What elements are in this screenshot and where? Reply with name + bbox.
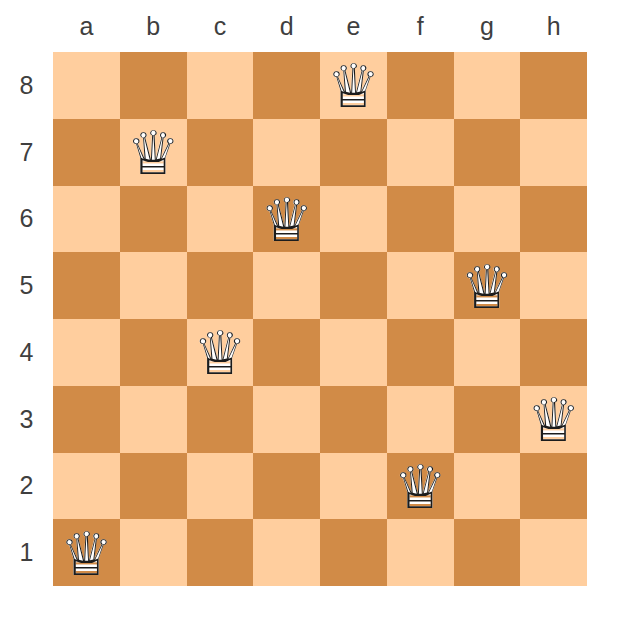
- piece-white-queen-a1[interactable]: ♛♕: [53, 519, 120, 586]
- square-f1[interactable]: [387, 519, 454, 586]
- square-c2[interactable]: [187, 453, 254, 520]
- square-c1[interactable]: [187, 519, 254, 586]
- square-f4[interactable]: [387, 319, 454, 386]
- square-f2[interactable]: ♛♕: [387, 453, 454, 520]
- square-e3[interactable]: [320, 386, 387, 453]
- square-g3[interactable]: [454, 386, 521, 453]
- square-e7[interactable]: [320, 119, 387, 186]
- square-e5[interactable]: [320, 252, 387, 319]
- square-e1[interactable]: [320, 519, 387, 586]
- piece-white-queen-d6[interactable]: ♛♕: [253, 186, 320, 253]
- file-label-g: g: [454, 6, 521, 46]
- square-h3[interactable]: ♛♕: [520, 386, 587, 453]
- file-label-c: c: [187, 6, 254, 46]
- square-g7[interactable]: [454, 119, 521, 186]
- piece-white-queen-c4[interactable]: ♛♕: [187, 319, 254, 386]
- piece-white-queen-h3[interactable]: ♛♕: [520, 386, 587, 453]
- square-a6[interactable]: [53, 186, 120, 253]
- square-g4[interactable]: [454, 319, 521, 386]
- file-label-h: h: [520, 6, 587, 46]
- square-d3[interactable]: [253, 386, 320, 453]
- square-a1[interactable]: ♛♕: [53, 519, 120, 586]
- file-label-e: e: [320, 6, 387, 46]
- square-h5[interactable]: [520, 252, 587, 319]
- board-grid: ♛♕♛♕♛♕♛♕♛♕♛♕♛♕♛♕: [53, 52, 587, 586]
- file-labels: abcdefgh: [53, 6, 587, 46]
- square-g5[interactable]: ♛♕: [454, 252, 521, 319]
- piece-white-queen-b7[interactable]: ♛♕: [120, 119, 187, 186]
- piece-white-queen-e8[interactable]: ♛♕: [320, 52, 387, 119]
- square-h7[interactable]: [520, 119, 587, 186]
- file-label-f: f: [387, 6, 454, 46]
- square-b8[interactable]: [120, 52, 187, 119]
- square-a4[interactable]: [53, 319, 120, 386]
- square-g8[interactable]: [454, 52, 521, 119]
- square-a7[interactable]: [53, 119, 120, 186]
- square-e8[interactable]: ♛♕: [320, 52, 387, 119]
- square-h8[interactable]: [520, 52, 587, 119]
- chessboard-diagram: abcdefgh 87654321 ♛♕♛♕♛♕♛♕♛♕♛♕♛♕♛♕: [0, 0, 640, 640]
- rank-label-8: 8: [9, 52, 44, 119]
- piece-white-queen-f2[interactable]: ♛♕: [387, 453, 454, 520]
- square-b7[interactable]: ♛♕: [120, 119, 187, 186]
- square-c3[interactable]: [187, 386, 254, 453]
- square-a5[interactable]: [53, 252, 120, 319]
- square-h4[interactable]: [520, 319, 587, 386]
- square-f5[interactable]: [387, 252, 454, 319]
- square-b1[interactable]: [120, 519, 187, 586]
- square-g1[interactable]: [454, 519, 521, 586]
- rank-labels: 87654321: [9, 52, 44, 586]
- square-d2[interactable]: [253, 453, 320, 520]
- square-b5[interactable]: [120, 252, 187, 319]
- rank-label-2: 2: [9, 453, 44, 520]
- square-b3[interactable]: [120, 386, 187, 453]
- square-c6[interactable]: [187, 186, 254, 253]
- rank-label-5: 5: [9, 252, 44, 319]
- square-c5[interactable]: [187, 252, 254, 319]
- rank-label-4: 4: [9, 319, 44, 386]
- square-d1[interactable]: [253, 519, 320, 586]
- piece-white-queen-g5[interactable]: ♛♕: [454, 252, 521, 319]
- square-g6[interactable]: [454, 186, 521, 253]
- rank-label-1: 1: [9, 519, 44, 586]
- square-h1[interactable]: [520, 519, 587, 586]
- square-h6[interactable]: [520, 186, 587, 253]
- square-e2[interactable]: [320, 453, 387, 520]
- square-e4[interactable]: [320, 319, 387, 386]
- square-a2[interactable]: [53, 453, 120, 520]
- square-c8[interactable]: [187, 52, 254, 119]
- square-d6[interactable]: ♛♕: [253, 186, 320, 253]
- square-b2[interactable]: [120, 453, 187, 520]
- file-label-b: b: [120, 6, 187, 46]
- rank-label-7: 7: [9, 119, 44, 186]
- square-e6[interactable]: [320, 186, 387, 253]
- square-d4[interactable]: [253, 319, 320, 386]
- square-h2[interactable]: [520, 453, 587, 520]
- square-d8[interactable]: [253, 52, 320, 119]
- square-g2[interactable]: [454, 453, 521, 520]
- file-label-a: a: [53, 6, 120, 46]
- rank-label-6: 6: [9, 186, 44, 253]
- square-c4[interactable]: ♛♕: [187, 319, 254, 386]
- square-f3[interactable]: [387, 386, 454, 453]
- square-a3[interactable]: [53, 386, 120, 453]
- square-b6[interactable]: [120, 186, 187, 253]
- rank-label-3: 3: [9, 386, 44, 453]
- file-label-d: d: [253, 6, 320, 46]
- square-f7[interactable]: [387, 119, 454, 186]
- square-c7[interactable]: [187, 119, 254, 186]
- square-b4[interactable]: [120, 319, 187, 386]
- square-d7[interactable]: [253, 119, 320, 186]
- square-a8[interactable]: [53, 52, 120, 119]
- square-d5[interactable]: [253, 252, 320, 319]
- square-f8[interactable]: [387, 52, 454, 119]
- square-f6[interactable]: [387, 186, 454, 253]
